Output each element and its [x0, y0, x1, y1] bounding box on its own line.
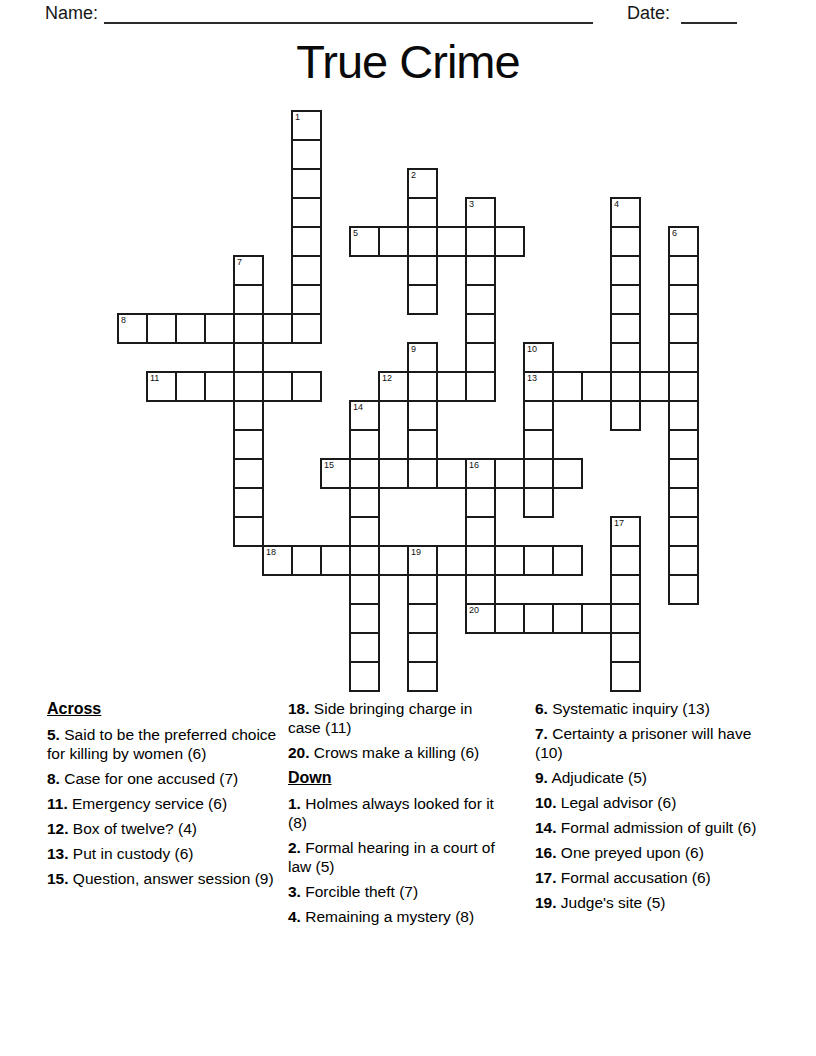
clue-14: 14. Formal admission of guilt (6) [535, 818, 768, 837]
clue-number-8: 8 [121, 315, 126, 325]
grid-cell-r5c6[interactable] [291, 255, 322, 286]
grid-cell-r13c4[interactable] [233, 487, 264, 518]
grid-cell-r14c12[interactable] [465, 516, 496, 547]
grid-cell-r9c17[interactable] [610, 371, 641, 402]
clue-4: 4. Remaining a mystery (8) [288, 907, 504, 926]
clue-num-label: 11. [47, 795, 68, 812]
grid-cell-r8c19[interactable] [668, 342, 699, 373]
grid-cell-r11c8[interactable] [349, 429, 380, 460]
grid-cell-r15c15[interactable] [552, 545, 583, 576]
grid-cell-r12c8[interactable] [349, 458, 380, 489]
grid-cell-r8c14[interactable]: 10 [523, 342, 554, 373]
grid-cell-r14c4[interactable] [233, 516, 264, 547]
clue-num-label: 14. [535, 819, 557, 836]
grid-cell-r12c15[interactable] [552, 458, 583, 489]
grid-cell-r7c1[interactable] [146, 313, 177, 344]
grid-cell-r8c17[interactable] [610, 342, 641, 373]
clue-number-17: 17 [614, 518, 624, 528]
clue-11: 11. Emergency service (6) [47, 794, 283, 813]
grid-cell-r12c4[interactable] [233, 458, 264, 489]
clue-number-3: 3 [469, 199, 474, 209]
clue-number-10: 10 [527, 344, 537, 354]
grid-cell-r7c19[interactable] [668, 313, 699, 344]
across-clues-list-cont: 18. Side bringing charge in case (11)20.… [288, 699, 504, 762]
grid-cell-r1c6[interactable] [291, 139, 322, 170]
grid-cell-r4c11[interactable] [436, 226, 467, 257]
grid-cell-r9c14[interactable]: 13 [523, 371, 554, 402]
grid-cell-r16c19[interactable] [668, 574, 699, 605]
crossword-worksheet: Name: Date: True Crime 12345678910111213… [0, 0, 816, 1056]
clue-number-5: 5 [353, 228, 358, 238]
grid-cell-r19c10[interactable] [407, 661, 438, 692]
clue-num-label: 4. [288, 908, 301, 925]
down-clues-list-cont: 6. Systematic inquiry (13)7. Certainty a… [535, 699, 768, 912]
grid-cell-r13c8[interactable] [349, 487, 380, 518]
grid-cell-r10c10[interactable] [407, 400, 438, 431]
grid-cell-r15c8[interactable] [349, 545, 380, 576]
grid-cell-r15c7[interactable] [320, 545, 351, 576]
grid-cell-r5c12[interactable] [465, 255, 496, 286]
grid-cell-r7c17[interactable] [610, 313, 641, 344]
grid-cell-r9c10[interactable] [407, 371, 438, 402]
grid-cell-r2c10[interactable]: 2 [407, 168, 438, 199]
grid-cell-r4c8[interactable]: 5 [349, 226, 380, 257]
grid-cell-r10c14[interactable] [523, 400, 554, 431]
clue-number-11: 11 [150, 373, 159, 383]
name-label: Name: [45, 3, 98, 24]
grid-cell-r15c5[interactable]: 18 [262, 545, 293, 576]
clues-column-3: 6. Systematic inquiry (13)7. Certainty a… [535, 699, 768, 918]
grid-cell-r15c6[interactable] [291, 545, 322, 576]
grid-cell-r9c2[interactable] [175, 371, 206, 402]
clue-16: 16. One preyed upon (6) [535, 843, 768, 862]
grid-cell-r17c15[interactable] [552, 603, 583, 634]
grid-cell-r4c9[interactable] [378, 226, 409, 257]
grid-cell-r9c9[interactable]: 12 [378, 371, 409, 402]
grid-cell-r17c8[interactable] [349, 603, 380, 634]
date-fill-line[interactable] [681, 22, 737, 24]
grid-cell-r17c10[interactable] [407, 603, 438, 634]
date-label: Date: [627, 3, 670, 24]
grid-cell-r7c3[interactable] [204, 313, 235, 344]
clue-13: 13. Put in custody (6) [47, 844, 283, 863]
clue-number-20: 20 [469, 605, 479, 615]
grid-cell-r13c14[interactable] [523, 487, 554, 518]
grid-cell-r14c19[interactable] [668, 516, 699, 547]
clue-num-label: 1. [288, 795, 301, 812]
grid-cell-r9c16[interactable] [581, 371, 612, 402]
clues-column-1: Across 5. Said to be the preferred choic… [47, 699, 283, 894]
clue-num-label: 17. [535, 869, 557, 886]
grid-cell-r12c12[interactable]: 16 [465, 458, 496, 489]
crossword-grid: 1234567891011121314151617181920 [117, 110, 701, 694]
grid-cell-r6c12[interactable] [465, 284, 496, 315]
clue-num-label: 13. [47, 845, 69, 862]
grid-cell-r15c13[interactable] [494, 545, 525, 576]
clue-20: 20. Crows make a killing (6) [288, 743, 504, 762]
clue-num-label: 20. [288, 744, 310, 761]
clue-number-1: 1 [295, 112, 300, 122]
clue-3: 3. Forcible theft (7) [288, 882, 504, 901]
grid-cell-r7c6[interactable] [291, 313, 322, 344]
grid-cell-r9c4[interactable] [233, 371, 264, 402]
clue-num-label: 3. [288, 883, 301, 900]
grid-cell-r11c14[interactable] [523, 429, 554, 460]
clue-10: 10. Legal advisor (6) [535, 793, 768, 812]
grid-cell-r7c2[interactable] [175, 313, 206, 344]
clue-number-13: 13 [527, 373, 537, 383]
grid-cell-r12c14[interactable] [523, 458, 554, 489]
grid-cell-r10c17[interactable] [610, 400, 641, 431]
clue-num-label: 16. [535, 844, 557, 861]
clue-number-15: 15 [324, 460, 334, 470]
grid-cell-r6c19[interactable] [668, 284, 699, 315]
grid-cell-r4c19[interactable]: 6 [668, 226, 699, 257]
grid-cell-r12c13[interactable] [494, 458, 525, 489]
clue-number-16: 16 [469, 460, 479, 470]
grid-cell-r8c12[interactable] [465, 342, 496, 373]
clue-number-18: 18 [266, 547, 276, 557]
grid-cell-r17c12[interactable]: 20 [465, 603, 496, 634]
across-clues-list: 5. Said to be the preferred choice for k… [47, 725, 283, 888]
clue-num-label: 19. [535, 894, 557, 911]
grid-cell-r12c11[interactable] [436, 458, 467, 489]
clue-num-label: 15. [47, 870, 69, 887]
clue-num-label: 10. [535, 794, 557, 811]
grid-cell-r17c17[interactable] [610, 603, 641, 634]
grid-cell-r15c17[interactable] [610, 545, 641, 576]
grid-cell-r15c14[interactable] [523, 545, 554, 576]
clue-number-6: 6 [672, 228, 677, 238]
grid-cell-r9c11[interactable] [436, 371, 467, 402]
grid-cell-r4c17[interactable] [610, 226, 641, 257]
clue-number-12: 12 [382, 373, 392, 383]
grid-cell-r16c10[interactable] [407, 574, 438, 605]
grid-cell-r16c12[interactable] [465, 574, 496, 605]
grid-cell-r7c12[interactable] [465, 313, 496, 344]
grid-cell-r3c12[interactable]: 3 [465, 197, 496, 228]
grid-cell-r7c0[interactable]: 8 [117, 313, 148, 344]
clue-8: 8. Case for one accused (7) [47, 769, 283, 788]
clue-2: 2. Formal hearing in a court of law (5) [288, 838, 504, 876]
puzzle-title: True Crime [0, 34, 816, 89]
grid-cell-r15c12[interactable] [465, 545, 496, 576]
clue-1: 1. Holmes always looked for it (8) [288, 794, 504, 832]
grid-cell-r15c9[interactable] [378, 545, 409, 576]
grid-cell-r3c10[interactable] [407, 197, 438, 228]
grid-cell-r4c10[interactable] [407, 226, 438, 257]
grid-cell-r0c6[interactable]: 1 [291, 110, 322, 141]
grid-cell-r18c8[interactable] [349, 632, 380, 663]
grid-cell-r5c4[interactable]: 7 [233, 255, 264, 286]
grid-cell-r19c17[interactable] [610, 661, 641, 692]
grid-cell-r18c10[interactable] [407, 632, 438, 663]
grid-cell-r9c5[interactable] [262, 371, 293, 402]
clue-17: 17. Formal accusation (6) [535, 868, 768, 887]
grid-cell-r6c6[interactable] [291, 284, 322, 315]
grid-cell-r19c8[interactable] [349, 661, 380, 692]
name-fill-line[interactable] [104, 22, 593, 24]
clue-num-label: 7. [535, 725, 548, 742]
grid-cell-r3c17[interactable]: 4 [610, 197, 641, 228]
grid-cell-r15c10[interactable]: 19 [407, 545, 438, 576]
grid-cell-r17c13[interactable] [494, 603, 525, 634]
grid-cell-r17c16[interactable] [581, 603, 612, 634]
grid-cell-r9c15[interactable] [552, 371, 583, 402]
clue-num-label: 12. [47, 820, 69, 837]
grid-cell-r13c19[interactable] [668, 487, 699, 518]
clue-num-label: 2. [288, 839, 301, 856]
grid-cell-r6c10[interactable] [407, 284, 438, 315]
grid-cell-r4c6[interactable] [291, 226, 322, 257]
clue-number-9: 9 [411, 344, 416, 354]
grid-cell-r12c10[interactable] [407, 458, 438, 489]
grid-cell-r9c1[interactable]: 11 [146, 371, 177, 402]
clue-12: 12. Box of twelve? (4) [47, 819, 283, 838]
grid-cell-r14c17[interactable]: 17 [610, 516, 641, 547]
grid-cell-r11c19[interactable] [668, 429, 699, 460]
grid-cell-r15c11[interactable] [436, 545, 467, 576]
clue-19: 19. Judge's site (5) [535, 893, 768, 912]
grid-cell-r7c4[interactable] [233, 313, 264, 344]
grid-cell-r6c17[interactable] [610, 284, 641, 315]
clue-number-14: 14 [353, 402, 363, 412]
clue-num-label: 5. [47, 726, 60, 743]
grid-cell-r9c3[interactable] [204, 371, 235, 402]
clue-number-7: 7 [237, 257, 242, 267]
grid-cell-r9c18[interactable] [639, 371, 670, 402]
grid-cell-r16c8[interactable] [349, 574, 380, 605]
clue-18: 18. Side bringing charge in case (11) [288, 699, 504, 737]
clue-number-19: 19 [411, 547, 421, 557]
grid-cell-r10c8[interactable]: 14 [349, 400, 380, 431]
clue-num-label: 9. [535, 769, 548, 786]
grid-cell-r8c4[interactable] [233, 342, 264, 373]
grid-cell-r12c19[interactable] [668, 458, 699, 489]
clue-6: 6. Systematic inquiry (13) [535, 699, 768, 718]
grid-cell-r12c7[interactable]: 15 [320, 458, 351, 489]
down-clues-list: 1. Holmes always looked for it (8)2. For… [288, 794, 504, 926]
grid-cell-r11c4[interactable] [233, 429, 264, 460]
grid-cell-r6c4[interactable] [233, 284, 264, 315]
grid-cell-r5c19[interactable] [668, 255, 699, 286]
clue-num-label: 18. [288, 700, 310, 717]
grid-cell-r9c19[interactable] [668, 371, 699, 402]
grid-cell-r18c17[interactable] [610, 632, 641, 663]
grid-cell-r17c14[interactable] [523, 603, 554, 634]
clues-column-2: 18. Side bringing charge in case (11)20.… [288, 699, 504, 932]
down-header: Down [288, 768, 504, 787]
grid-cell-r4c12[interactable] [465, 226, 496, 257]
grid-cell-r5c17[interactable] [610, 255, 641, 286]
clue-num-label: 8. [47, 770, 60, 787]
clue-number-4: 4 [614, 199, 619, 209]
grid-cell-r11c10[interactable] [407, 429, 438, 460]
grid-cell-r9c12[interactable] [465, 371, 496, 402]
clue-number-2: 2 [411, 170, 416, 180]
grid-cell-r7c5[interactable] [262, 313, 293, 344]
grid-cell-r10c4[interactable] [233, 400, 264, 431]
grid-cell-r4c13[interactable] [494, 226, 525, 257]
grid-cell-r2c6[interactable] [291, 168, 322, 199]
clue-7: 7. Certainty a prisoner will have (10) [535, 724, 768, 762]
grid-cell-r10c19[interactable] [668, 400, 699, 431]
clue-9: 9. Adjudicate (5) [535, 768, 768, 787]
grid-cell-r5c10[interactable] [407, 255, 438, 286]
grid-cell-r14c8[interactable] [349, 516, 380, 547]
grid-cell-r15c19[interactable] [668, 545, 699, 576]
grid-cell-r12c9[interactable] [378, 458, 409, 489]
grid-cell-r9c6[interactable] [291, 371, 322, 402]
clue-15: 15. Question, answer session (9) [47, 869, 283, 888]
grid-cell-r3c6[interactable] [291, 197, 322, 228]
grid-cell-r13c12[interactable] [465, 487, 496, 518]
grid-cell-r8c10[interactable]: 9 [407, 342, 438, 373]
clue-5: 5. Said to be the preferred choice for k… [47, 725, 283, 763]
across-header: Across [47, 699, 283, 718]
clue-num-label: 6. [535, 700, 548, 717]
grid-cell-r16c17[interactable] [610, 574, 641, 605]
